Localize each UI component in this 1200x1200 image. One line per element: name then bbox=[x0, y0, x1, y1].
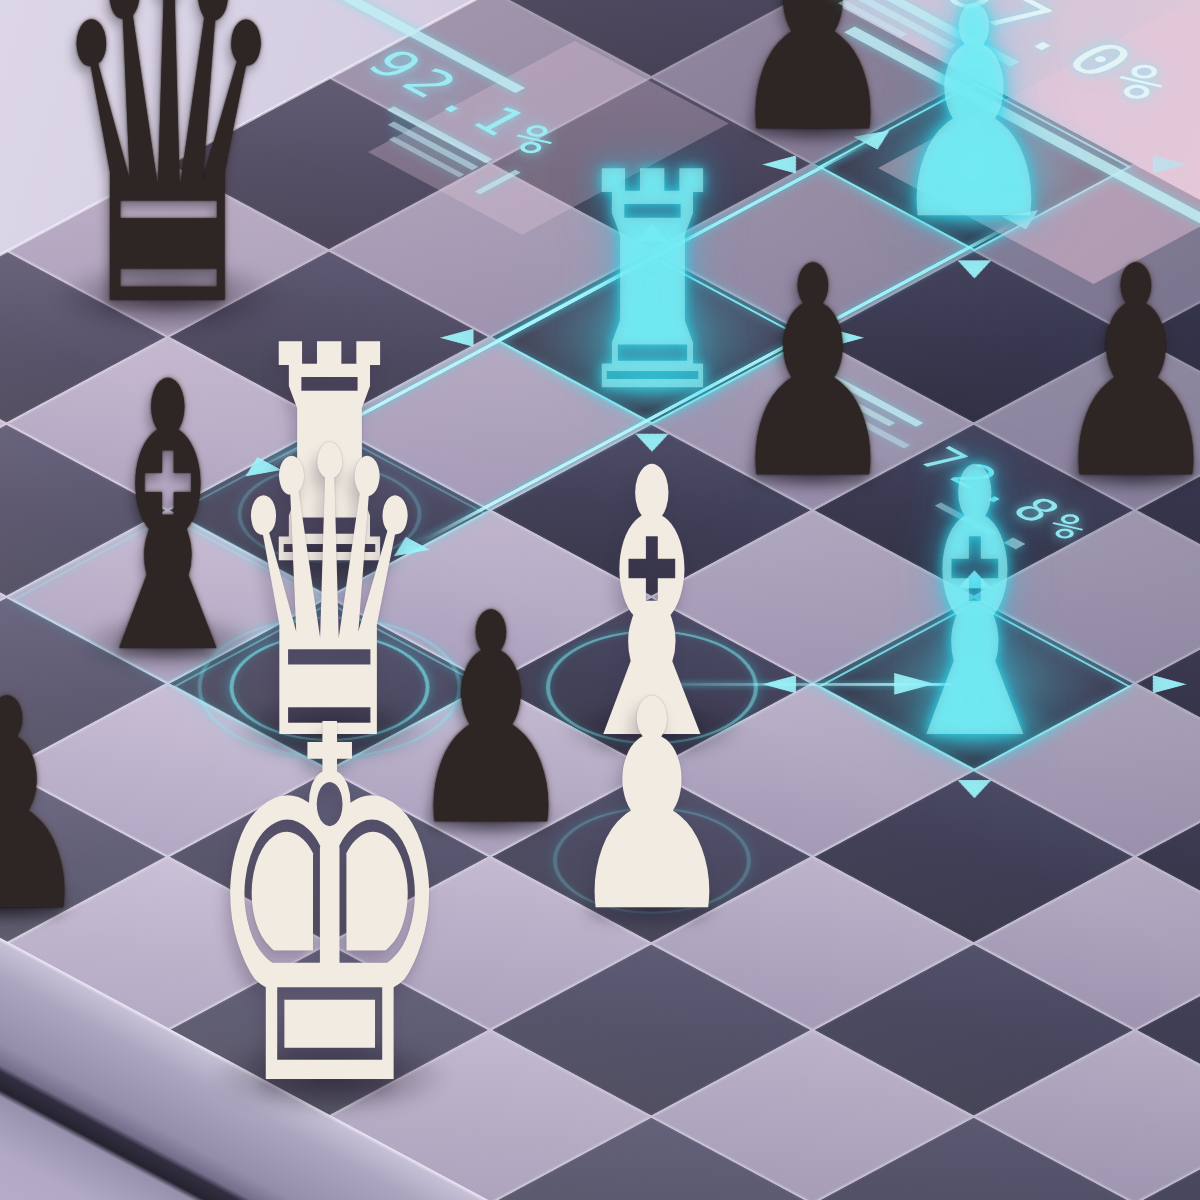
pawn-glyph: ♟ bbox=[889, 0, 1061, 260]
pawn-glyph: ♟ bbox=[566, 662, 738, 952]
hologram-bishop-e3[interactable]: ♝ bbox=[789, 421, 1159, 791]
piece-white-king-a3[interactable]: ♚ bbox=[85, 665, 575, 1155]
bishop-glyph: ♝ bbox=[882, 421, 1068, 791]
scene: 92.1% 67.0% 72.8% ♛♟♝♟♟♟♟♜♛♝♟♚♜♟♝ bbox=[0, 0, 1200, 1200]
king-glyph: ♚ bbox=[202, 665, 457, 1155]
pawn-glyph: ♟ bbox=[0, 662, 93, 952]
corner-arrow-h6 bbox=[1153, 155, 1187, 173]
